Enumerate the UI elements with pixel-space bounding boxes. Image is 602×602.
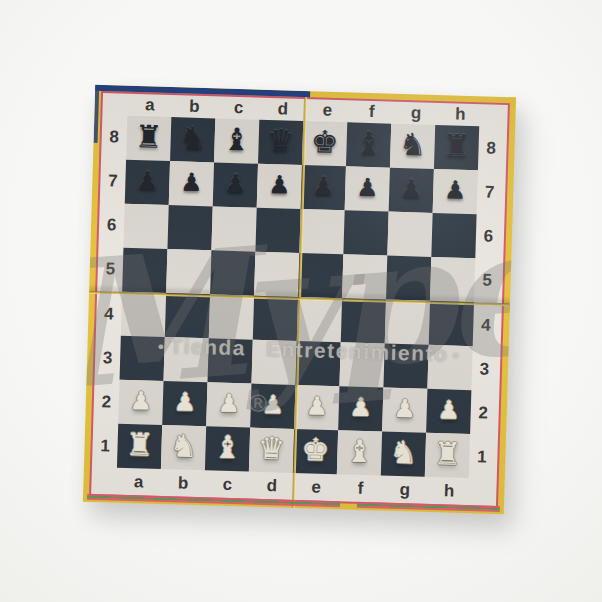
rank-label-left-6: 6 xyxy=(98,203,124,248)
piece-white-pawn-e2[interactable]: ♟ xyxy=(305,393,328,419)
piece-black-pawn-g7[interactable]: ♟ xyxy=(400,175,423,201)
square-e5[interactable] xyxy=(298,253,343,298)
file-label-top-e: e xyxy=(305,100,350,121)
square-c7[interactable]: ♟ xyxy=(213,162,258,207)
rank-label-right-4: 4 xyxy=(473,303,499,348)
piece-white-pawn-f2[interactable]: ♟ xyxy=(349,394,372,420)
piece-black-pawn-h7[interactable]: ♟ xyxy=(444,177,467,203)
square-b6[interactable] xyxy=(167,205,212,250)
rank-label-left-4: 4 xyxy=(96,291,122,336)
square-g5[interactable] xyxy=(386,256,431,301)
square-f1[interactable]: ♝ xyxy=(337,430,382,475)
file-label-top-f: f xyxy=(349,101,394,122)
piece-black-pawn-f7[interactable]: ♟ xyxy=(356,174,379,200)
square-f7[interactable]: ♟ xyxy=(345,166,390,211)
square-d1[interactable]: ♛ xyxy=(249,428,294,473)
piece-white-rook-h1[interactable]: ♜ xyxy=(433,438,462,470)
rank-label-left-8: 8 xyxy=(101,115,127,160)
file-label-top-g: g xyxy=(394,103,439,124)
square-e3[interactable] xyxy=(295,341,340,386)
square-e6[interactable] xyxy=(299,209,344,254)
file-label-bottom-b: b xyxy=(161,473,206,494)
rank-label-right-1: 1 xyxy=(469,435,495,480)
file-label-bottom-h: h xyxy=(427,481,472,502)
square-f5[interactable] xyxy=(342,254,387,299)
square-g3[interactable] xyxy=(383,344,428,389)
rank-label-left-2: 2 xyxy=(93,380,119,425)
piece-white-rook-a1[interactable]: ♜ xyxy=(125,428,154,460)
photo-background: abcdefgh 87654321 ♜♞♝♛♚♝♞♜♟♟♟♟♟♟♟♟♟♟♟♟♟♟… xyxy=(0,0,602,602)
square-h5[interactable] xyxy=(430,257,475,302)
square-c2[interactable]: ♟ xyxy=(206,382,251,427)
file-label-top-c: c xyxy=(216,97,261,118)
piece-black-bishop-c8[interactable]: ♝ xyxy=(222,123,251,155)
square-f2[interactable]: ♟ xyxy=(338,386,383,431)
square-b1[interactable]: ♞ xyxy=(161,425,206,470)
square-d3[interactable] xyxy=(251,340,296,385)
rank-label-right-2: 2 xyxy=(470,391,496,436)
square-a7[interactable]: ♟ xyxy=(125,160,170,205)
square-g7[interactable]: ♟ xyxy=(389,168,434,213)
square-f6[interactable] xyxy=(343,210,388,255)
square-a1[interactable]: ♜ xyxy=(117,424,162,469)
square-b8[interactable]: ♞ xyxy=(170,117,215,162)
piece-black-knight-g8[interactable]: ♞ xyxy=(398,128,427,160)
rank-label-right-5: 5 xyxy=(474,259,500,304)
square-a2[interactable]: ♟ xyxy=(118,380,163,425)
file-label-top-h: h xyxy=(438,104,483,125)
square-a5[interactable] xyxy=(122,248,167,293)
file-label-bottom-d: d xyxy=(249,476,294,497)
square-d8[interactable]: ♛ xyxy=(258,120,303,165)
file-label-bottom-c: c xyxy=(205,474,250,495)
file-label-bottom-f: f xyxy=(338,478,383,499)
square-a4[interactable] xyxy=(121,292,166,337)
piece-black-pawn-d7[interactable]: ♟ xyxy=(268,172,291,198)
square-g8[interactable]: ♞ xyxy=(390,124,435,169)
square-b7[interactable]: ♟ xyxy=(169,161,214,206)
square-d6[interactable] xyxy=(255,208,300,253)
square-c4[interactable] xyxy=(209,294,254,339)
square-e7[interactable]: ♟ xyxy=(301,165,346,210)
rank-label-right-8: 8 xyxy=(478,126,504,171)
piece-black-knight-b8[interactable]: ♞ xyxy=(178,122,207,154)
square-h4[interactable] xyxy=(429,301,474,346)
piece-black-pawn-a7[interactable]: ♟ xyxy=(136,168,159,194)
piece-white-queen-d1[interactable]: ♛ xyxy=(257,432,286,464)
square-g6[interactable] xyxy=(387,212,432,257)
file-label-top-b: b xyxy=(172,96,217,117)
square-c1[interactable]: ♝ xyxy=(205,426,250,471)
piece-white-king-e1[interactable]: ♚ xyxy=(301,434,330,466)
square-g1[interactable]: ♞ xyxy=(381,432,426,477)
rank-label-left-3: 3 xyxy=(95,336,121,381)
piece-white-pawn-a2[interactable]: ♟ xyxy=(129,388,152,414)
rank-label-right-7: 7 xyxy=(477,170,503,215)
square-b2[interactable]: ♟ xyxy=(162,381,207,426)
square-h7[interactable]: ♟ xyxy=(433,169,478,214)
piece-black-pawn-c7[interactable]: ♟ xyxy=(224,170,247,196)
file-label-bottom-g: g xyxy=(382,480,427,501)
rank-label-left-7: 7 xyxy=(100,159,126,204)
rank-label-right-3: 3 xyxy=(471,347,497,392)
square-e4[interactable] xyxy=(297,297,342,342)
square-c5[interactable] xyxy=(210,250,255,295)
piece-white-pawn-c2[interactable]: ♟ xyxy=(217,390,240,416)
piece-black-rook-h8[interactable]: ♜ xyxy=(442,130,471,162)
square-h3[interactable] xyxy=(427,345,472,390)
square-a3[interactable] xyxy=(120,336,165,381)
square-f4[interactable] xyxy=(341,298,386,343)
square-c6[interactable] xyxy=(211,206,256,251)
piece-white-knight-g1[interactable]: ♞ xyxy=(389,436,418,468)
square-a8[interactable]: ♜ xyxy=(126,116,171,161)
piece-black-queen-d8[interactable]: ♛ xyxy=(266,124,295,156)
square-h2[interactable]: ♟ xyxy=(426,389,471,434)
square-b3[interactable] xyxy=(164,337,209,382)
square-g2[interactable]: ♟ xyxy=(382,388,427,433)
piece-black-bishop-f8[interactable]: ♝ xyxy=(354,127,383,159)
file-label-bottom-a: a xyxy=(116,472,161,493)
square-c8[interactable]: ♝ xyxy=(214,118,259,163)
piece-white-knight-b1[interactable]: ♞ xyxy=(169,430,198,462)
square-d5[interactable] xyxy=(254,252,299,297)
square-g4[interactable] xyxy=(385,300,430,345)
square-h1[interactable]: ♜ xyxy=(425,433,470,478)
square-d4[interactable] xyxy=(253,296,298,341)
square-h6[interactable] xyxy=(431,213,476,258)
rank-label-left-5: 5 xyxy=(97,247,123,292)
square-b4[interactable] xyxy=(165,293,210,338)
square-f8[interactable]: ♝ xyxy=(346,122,391,167)
piece-white-bishop-c1[interactable]: ♝ xyxy=(213,431,242,463)
square-b5[interactable] xyxy=(166,249,211,294)
square-a6[interactable] xyxy=(123,204,168,249)
square-d2[interactable]: ♟ xyxy=(250,384,295,429)
square-e2[interactable]: ♟ xyxy=(294,385,339,430)
piece-black-pawn-b7[interactable]: ♟ xyxy=(180,169,203,195)
piece-black-king-e8[interactable]: ♚ xyxy=(310,126,339,158)
file-label-top-d: d xyxy=(260,99,305,120)
square-c3[interactable] xyxy=(208,338,253,383)
board-edge-blue-side-stripe xyxy=(94,85,100,143)
piece-black-pawn-e7[interactable]: ♟ xyxy=(312,173,335,199)
file-label-top-a: a xyxy=(127,95,172,116)
piece-white-pawn-d2[interactable]: ♟ xyxy=(261,391,284,417)
square-f3[interactable] xyxy=(339,342,384,387)
piece-white-pawn-b2[interactable]: ♟ xyxy=(173,389,196,415)
piece-white-pawn-g2[interactable]: ♟ xyxy=(393,395,416,421)
folding-chess-board: abcdefgh 87654321 ♜♞♝♛♚♝♞♜♟♟♟♟♟♟♟♟♟♟♟♟♟♟… xyxy=(83,85,516,514)
square-e1[interactable]: ♚ xyxy=(293,429,338,474)
square-h8[interactable]: ♜ xyxy=(434,125,479,170)
rank-label-right-6: 6 xyxy=(475,214,501,259)
rank-label-left-1: 1 xyxy=(92,424,118,469)
square-e8[interactable]: ♚ xyxy=(302,121,347,166)
piece-white-bishop-f1[interactable]: ♝ xyxy=(345,435,374,467)
square-d7[interactable]: ♟ xyxy=(257,164,302,209)
piece-black-rook-a8[interactable]: ♜ xyxy=(134,121,163,153)
piece-white-pawn-h2[interactable]: ♟ xyxy=(437,397,460,423)
file-label-bottom-e: e xyxy=(294,477,339,498)
